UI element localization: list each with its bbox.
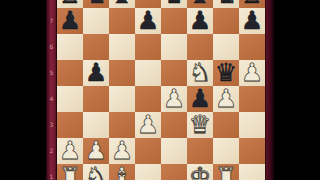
- square-b1: ♞: [83, 164, 109, 180]
- square-h7: ♟: [239, 8, 265, 34]
- piece-black-pawn: ♟: [241, 8, 263, 34]
- piece-white-rook: ♜: [215, 164, 237, 180]
- square-e8: ♚: [161, 0, 187, 8]
- square-e2: [161, 138, 187, 164]
- piece-white-pawn: ♟: [163, 86, 185, 112]
- square-b6: [83, 34, 109, 60]
- square-a2: ♟: [57, 138, 83, 164]
- square-d4: [135, 86, 161, 112]
- piece-black-pawn: ♟: [189, 8, 211, 34]
- rank-label-6: 6: [46, 42, 57, 52]
- square-h3: [239, 112, 265, 138]
- square-g8: ♞: [213, 0, 239, 8]
- rank-label-3: 3: [46, 120, 57, 130]
- square-b2: ♟: [83, 138, 109, 164]
- piece-white-pawn: ♟: [59, 138, 81, 164]
- square-g5: ♛: [213, 60, 239, 86]
- rank-label-7: 7: [46, 16, 57, 26]
- square-f4: ♟: [187, 86, 213, 112]
- square-h5: ♟: [239, 60, 265, 86]
- square-g7: [213, 8, 239, 34]
- square-d5: [135, 60, 161, 86]
- square-a7: ♟: [57, 8, 83, 34]
- square-h4: [239, 86, 265, 112]
- piece-white-knight: ♞: [189, 60, 211, 86]
- square-a1: ♜: [57, 164, 83, 180]
- piece-black-pawn: ♟: [137, 8, 159, 34]
- square-e6: [161, 34, 187, 60]
- square-e1: [161, 164, 187, 180]
- piece-white-knight: ♞: [85, 164, 107, 180]
- square-c5: [109, 60, 135, 86]
- square-h1: [239, 164, 265, 180]
- square-e5: [161, 60, 187, 86]
- square-g4: ♟: [213, 86, 239, 112]
- piece-white-pawn: ♟: [241, 60, 263, 86]
- square-g2: [213, 138, 239, 164]
- rank-label-4: 4: [46, 94, 57, 104]
- chess-board: ♜♞♝♚♝♞♜♟♟♟♟♟♞♛♟♟♟♟♟♛♟♟♟♜♞♝♚♜: [57, 0, 265, 180]
- square-b7: [83, 8, 109, 34]
- square-c3: [109, 112, 135, 138]
- piece-black-knight: ♞: [215, 0, 237, 8]
- piece-white-rook: ♜: [59, 164, 81, 180]
- piece-black-king: ♚: [163, 0, 185, 8]
- square-g1: ♜: [213, 164, 239, 180]
- rank-label-5: 5: [46, 68, 57, 78]
- square-b8: ♞: [83, 0, 109, 8]
- square-f3: ♛: [187, 112, 213, 138]
- square-a5: [57, 60, 83, 86]
- square-h6: [239, 34, 265, 60]
- square-f7: ♟: [187, 8, 213, 34]
- piece-white-pawn: ♟: [111, 138, 133, 164]
- rank-label-2: 2: [46, 146, 57, 156]
- square-d3: ♟: [135, 112, 161, 138]
- square-g6: [213, 34, 239, 60]
- square-e4: ♟: [161, 86, 187, 112]
- piece-black-bishop: ♝: [111, 0, 133, 8]
- square-e3: [161, 112, 187, 138]
- piece-black-pawn: ♟: [59, 8, 81, 34]
- square-c1: ♝: [109, 164, 135, 180]
- square-c8: ♝: [109, 0, 135, 8]
- square-g3: [213, 112, 239, 138]
- piece-white-pawn: ♟: [137, 112, 159, 138]
- square-c4: [109, 86, 135, 112]
- piece-black-knight: ♞: [85, 0, 107, 8]
- square-h2: [239, 138, 265, 164]
- piece-black-pawn: ♟: [85, 60, 107, 86]
- rank-label-1: 1: [46, 172, 57, 180]
- piece-white-king: ♚: [189, 164, 211, 180]
- square-c7: [109, 8, 135, 34]
- square-f1: ♚: [187, 164, 213, 180]
- square-b5: ♟: [83, 60, 109, 86]
- square-d6: [135, 34, 161, 60]
- square-d7: ♟: [135, 8, 161, 34]
- square-f5: ♞: [187, 60, 213, 86]
- square-f6: [187, 34, 213, 60]
- piece-black-pawn: ♟: [189, 86, 211, 112]
- square-c2: ♟: [109, 138, 135, 164]
- piece-white-bishop: ♝: [111, 164, 133, 180]
- piece-white-pawn: ♟: [215, 86, 237, 112]
- square-a6: [57, 34, 83, 60]
- square-b4: [83, 86, 109, 112]
- square-e7: [161, 8, 187, 34]
- square-d2: [135, 138, 161, 164]
- piece-white-pawn: ♟: [85, 138, 107, 164]
- chess-video-frame: ♜♞♝♚♝♞♜♟♟♟♟♟♞♛♟♟♟♟♟♛♟♟♟♜♞♝♚♜ 87654321: [0, 0, 320, 180]
- square-a4: [57, 86, 83, 112]
- square-b3: [83, 112, 109, 138]
- square-d1: [135, 164, 161, 180]
- square-f2: [187, 138, 213, 164]
- board-frame-right: [265, 0, 274, 180]
- square-c6: [109, 34, 135, 60]
- piece-black-queen: ♛: [215, 60, 237, 86]
- square-a3: [57, 112, 83, 138]
- piece-white-queen: ♛: [189, 112, 211, 138]
